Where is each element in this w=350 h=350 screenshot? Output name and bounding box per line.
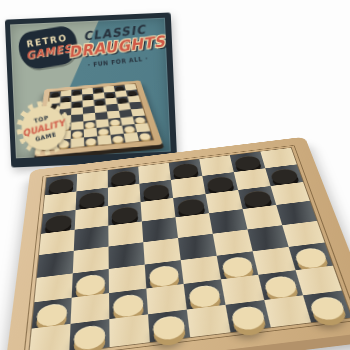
square-b1: ● xyxy=(69,319,109,350)
white-piece-b1: ● xyxy=(69,319,109,350)
square-a1 xyxy=(29,324,71,350)
square-c1 xyxy=(109,314,150,347)
box-title: CLASSIC DRAUGHTS · FUN FOR ALL · xyxy=(66,22,166,71)
square-h1: ● xyxy=(303,291,350,323)
draughts-grid: ●●●●●●●●●●●●●●●●●●●●●●●● xyxy=(28,147,350,350)
white-piece-h1: ● xyxy=(303,291,350,323)
square-f1: ● xyxy=(226,300,271,332)
board-stage: ●●●●●●●●●●●●●●●●●●●●●●●● xyxy=(2,120,350,350)
square-e1 xyxy=(187,305,231,337)
board-groove: ●●●●●●●●●●●●●●●●●●●●●●●● xyxy=(23,145,350,350)
white-piece-d1: ● xyxy=(148,310,190,343)
draughts-board: ●●●●●●●●●●●●●●●●●●●●●●●● xyxy=(4,137,350,350)
square-d1: ● xyxy=(148,310,190,343)
white-piece-f1: ● xyxy=(226,300,271,332)
